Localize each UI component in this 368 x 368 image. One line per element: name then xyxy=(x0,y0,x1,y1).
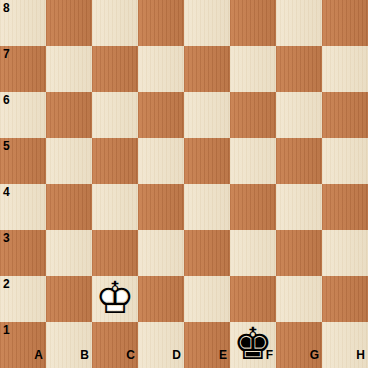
square-f7[interactable] xyxy=(230,46,276,92)
square-c8[interactable] xyxy=(92,0,138,46)
square-g1[interactable]: G xyxy=(276,322,322,368)
square-c2[interactable]: ♚♔ xyxy=(92,276,138,322)
file-label-e: E xyxy=(219,348,227,362)
rank-label-5: 5 xyxy=(3,139,10,153)
square-h2[interactable] xyxy=(322,276,368,322)
square-f6[interactable] xyxy=(230,92,276,138)
black-king-glyph: ♚ xyxy=(233,322,272,366)
square-g4[interactable] xyxy=(276,184,322,230)
square-c7[interactable] xyxy=(92,46,138,92)
square-g2[interactable] xyxy=(276,276,322,322)
square-h7[interactable] xyxy=(322,46,368,92)
square-d1[interactable]: D xyxy=(138,322,184,368)
square-f3[interactable] xyxy=(230,230,276,276)
file-label-b: B xyxy=(80,348,89,362)
square-d8[interactable] xyxy=(138,0,184,46)
square-e6[interactable] xyxy=(184,92,230,138)
rank-label-2: 2 xyxy=(3,277,10,291)
square-c4[interactable] xyxy=(92,184,138,230)
square-g6[interactable] xyxy=(276,92,322,138)
square-f5[interactable] xyxy=(230,138,276,184)
square-b5[interactable] xyxy=(46,138,92,184)
square-g8[interactable] xyxy=(276,0,322,46)
file-label-a: A xyxy=(34,348,43,362)
square-a6[interactable]: 6 xyxy=(0,92,46,138)
square-a2[interactable]: 2 xyxy=(0,276,46,322)
rank-label-6: 6 xyxy=(3,93,10,107)
square-d7[interactable] xyxy=(138,46,184,92)
square-f2[interactable] xyxy=(230,276,276,322)
rank-label-3: 3 xyxy=(3,231,10,245)
square-e4[interactable] xyxy=(184,184,230,230)
square-d2[interactable] xyxy=(138,276,184,322)
rank-label-1: 1 xyxy=(3,323,10,337)
square-e3[interactable] xyxy=(184,230,230,276)
square-h3[interactable] xyxy=(322,230,368,276)
square-f8[interactable] xyxy=(230,0,276,46)
square-b3[interactable] xyxy=(46,230,92,276)
square-d6[interactable] xyxy=(138,92,184,138)
square-h5[interactable] xyxy=(322,138,368,184)
square-f1[interactable]: F♚ xyxy=(230,322,276,368)
square-e7[interactable] xyxy=(184,46,230,92)
square-e2[interactable] xyxy=(184,276,230,322)
square-d3[interactable] xyxy=(138,230,184,276)
square-b4[interactable] xyxy=(46,184,92,230)
square-a8[interactable]: 8 xyxy=(0,0,46,46)
square-d5[interactable] xyxy=(138,138,184,184)
square-c3[interactable] xyxy=(92,230,138,276)
square-c6[interactable] xyxy=(92,92,138,138)
file-label-c: C xyxy=(126,348,135,362)
rank-label-7: 7 xyxy=(3,47,10,61)
square-b2[interactable] xyxy=(46,276,92,322)
square-b6[interactable] xyxy=(46,92,92,138)
black-king[interactable]: ♚ xyxy=(230,322,276,368)
square-a4[interactable]: 4 xyxy=(0,184,46,230)
chess-board: 8765432♚♔1ABCDEF♚GH xyxy=(0,0,368,368)
white-king-outline: ♔ xyxy=(95,276,134,320)
square-d4[interactable] xyxy=(138,184,184,230)
rank-label-4: 4 xyxy=(3,185,10,199)
square-b1[interactable]: B xyxy=(46,322,92,368)
square-c1[interactable]: C xyxy=(92,322,138,368)
square-c5[interactable] xyxy=(92,138,138,184)
square-b7[interactable] xyxy=(46,46,92,92)
square-g7[interactable] xyxy=(276,46,322,92)
square-h6[interactable] xyxy=(322,92,368,138)
white-king[interactable]: ♚♔ xyxy=(92,276,138,322)
square-e5[interactable] xyxy=(184,138,230,184)
square-g5[interactable] xyxy=(276,138,322,184)
file-label-h: H xyxy=(356,348,365,362)
square-g3[interactable] xyxy=(276,230,322,276)
square-h8[interactable] xyxy=(322,0,368,46)
square-h1[interactable]: H xyxy=(322,322,368,368)
square-a1[interactable]: 1A xyxy=(0,322,46,368)
square-a3[interactable]: 3 xyxy=(0,230,46,276)
square-a7[interactable]: 7 xyxy=(0,46,46,92)
file-label-g: G xyxy=(310,348,319,362)
square-a5[interactable]: 5 xyxy=(0,138,46,184)
square-e1[interactable]: E xyxy=(184,322,230,368)
file-label-d: D xyxy=(172,348,181,362)
square-b8[interactable] xyxy=(46,0,92,46)
rank-label-8: 8 xyxy=(3,1,10,15)
square-e8[interactable] xyxy=(184,0,230,46)
square-f4[interactable] xyxy=(230,184,276,230)
square-h4[interactable] xyxy=(322,184,368,230)
